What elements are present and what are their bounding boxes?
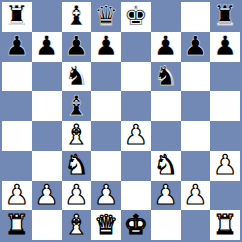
black-queen-icon: ♛	[94, 2, 118, 29]
square-f3[interactable]: ♞	[151, 151, 181, 181]
white-pawn-icon: ♟	[183, 181, 207, 208]
square-h7[interactable]: ♟	[210, 32, 240, 62]
square-d4[interactable]	[91, 121, 121, 151]
square-g7[interactable]: ♟	[181, 32, 211, 62]
white-queen-icon: ♛	[94, 211, 118, 238]
square-h6[interactable]	[210, 62, 240, 92]
square-a1[interactable]: ♜	[2, 210, 32, 240]
black-king-icon: ♚	[124, 2, 148, 29]
square-b2[interactable]: ♟	[32, 181, 62, 211]
square-f6[interactable]: ♞	[151, 62, 181, 92]
square-h3[interactable]: ♟	[210, 151, 240, 181]
white-knight-icon: ♞	[154, 151, 178, 178]
black-pawn-icon: ♟	[154, 32, 178, 59]
square-b3[interactable]	[32, 151, 62, 181]
square-h1[interactable]: ♜	[210, 210, 240, 240]
white-rook-icon: ♜	[213, 211, 237, 238]
white-rook-icon: ♜	[5, 211, 29, 238]
square-c2[interactable]: ♟	[62, 181, 92, 211]
square-a2[interactable]: ♟	[2, 181, 32, 211]
square-f5[interactable]	[151, 91, 181, 121]
white-pawn-icon: ♟	[5, 181, 29, 208]
black-knight-icon: ♞	[64, 62, 88, 89]
black-pawn-icon: ♟	[64, 32, 88, 59]
square-f7[interactable]: ♟	[151, 32, 181, 62]
square-d3[interactable]	[91, 151, 121, 181]
square-c3[interactable]: ♞	[62, 151, 92, 181]
square-d2[interactable]: ♟	[91, 181, 121, 211]
black-pawn-icon: ♟	[5, 32, 29, 59]
square-b7[interactable]: ♟	[32, 32, 62, 62]
square-c5[interactable]: ♝	[62, 91, 92, 121]
square-c4[interactable]: ♝	[62, 121, 92, 151]
square-h5[interactable]	[210, 91, 240, 121]
square-e5[interactable]	[121, 91, 151, 121]
square-f4[interactable]	[151, 121, 181, 151]
square-a7[interactable]: ♟	[2, 32, 32, 62]
square-c6[interactable]: ♞	[62, 62, 92, 92]
square-d1[interactable]: ♛	[91, 210, 121, 240]
white-pawn-icon: ♟	[94, 181, 118, 208]
square-g2[interactable]: ♟	[181, 181, 211, 211]
white-king-icon: ♚	[124, 211, 148, 238]
square-e7[interactable]	[121, 32, 151, 62]
square-e8[interactable]: ♚	[121, 2, 151, 32]
black-bishop-icon: ♝	[64, 92, 88, 119]
square-g6[interactable]	[181, 62, 211, 92]
square-b6[interactable]	[32, 62, 62, 92]
square-b4[interactable]	[32, 121, 62, 151]
white-pawn-icon: ♟	[154, 181, 178, 208]
square-h8[interactable]: ♜	[210, 2, 240, 32]
square-e2[interactable]	[121, 181, 151, 211]
square-f1[interactable]	[151, 210, 181, 240]
square-g3[interactable]	[181, 151, 211, 181]
square-f2[interactable]: ♟	[151, 181, 181, 211]
square-h4[interactable]	[210, 121, 240, 151]
square-g1[interactable]	[181, 210, 211, 240]
square-c1[interactable]: ♝	[62, 210, 92, 240]
square-h2[interactable]	[210, 181, 240, 211]
white-bishop-icon: ♝	[64, 121, 88, 148]
square-a5[interactable]	[2, 91, 32, 121]
square-d8[interactable]: ♛	[91, 2, 121, 32]
square-d6[interactable]	[91, 62, 121, 92]
square-e4[interactable]: ♟	[121, 121, 151, 151]
black-pawn-icon: ♟	[183, 32, 207, 59]
square-b8[interactable]	[32, 2, 62, 32]
black-pawn-icon: ♟	[94, 32, 118, 59]
white-pawn-icon: ♟	[64, 181, 88, 208]
square-a6[interactable]	[2, 62, 32, 92]
black-rook-icon: ♜	[213, 2, 237, 29]
white-pawn-icon: ♟	[213, 151, 237, 178]
black-bishop-icon: ♝	[64, 2, 88, 29]
white-pawn-icon: ♟	[35, 181, 59, 208]
square-g4[interactable]	[181, 121, 211, 151]
square-a3[interactable]	[2, 151, 32, 181]
square-a8[interactable]: ♜	[2, 2, 32, 32]
chess-board-grid: ♜♝♛♚♜♟♟♟♟♟♟♟♞♞♝♝♟♞♞♟♟♟♟♟♟♟♜♝♛♚♜	[2, 2, 240, 240]
square-d5[interactable]	[91, 91, 121, 121]
square-g5[interactable]	[181, 91, 211, 121]
square-b5[interactable]	[32, 91, 62, 121]
square-c8[interactable]: ♝	[62, 2, 92, 32]
square-e1[interactable]: ♚	[121, 210, 151, 240]
chess-board: ♜♝♛♚♜♟♟♟♟♟♟♟♞♞♝♝♟♞♞♟♟♟♟♟♟♟♜♝♛♚♜	[0, 0, 242, 242]
square-a4[interactable]	[2, 121, 32, 151]
black-pawn-icon: ♟	[213, 32, 237, 59]
square-e6[interactable]	[121, 62, 151, 92]
white-bishop-icon: ♝	[64, 211, 88, 238]
square-d7[interactable]: ♟	[91, 32, 121, 62]
square-g8[interactable]	[181, 2, 211, 32]
black-pawn-icon: ♟	[35, 32, 59, 59]
white-pawn-icon: ♟	[124, 121, 148, 148]
square-c7[interactable]: ♟	[62, 32, 92, 62]
square-b1[interactable]	[32, 210, 62, 240]
square-e3[interactable]	[121, 151, 151, 181]
black-knight-icon: ♞	[154, 62, 178, 89]
black-rook-icon: ♜	[5, 2, 29, 29]
white-knight-icon: ♞	[64, 151, 88, 178]
square-f8[interactable]	[151, 2, 181, 32]
